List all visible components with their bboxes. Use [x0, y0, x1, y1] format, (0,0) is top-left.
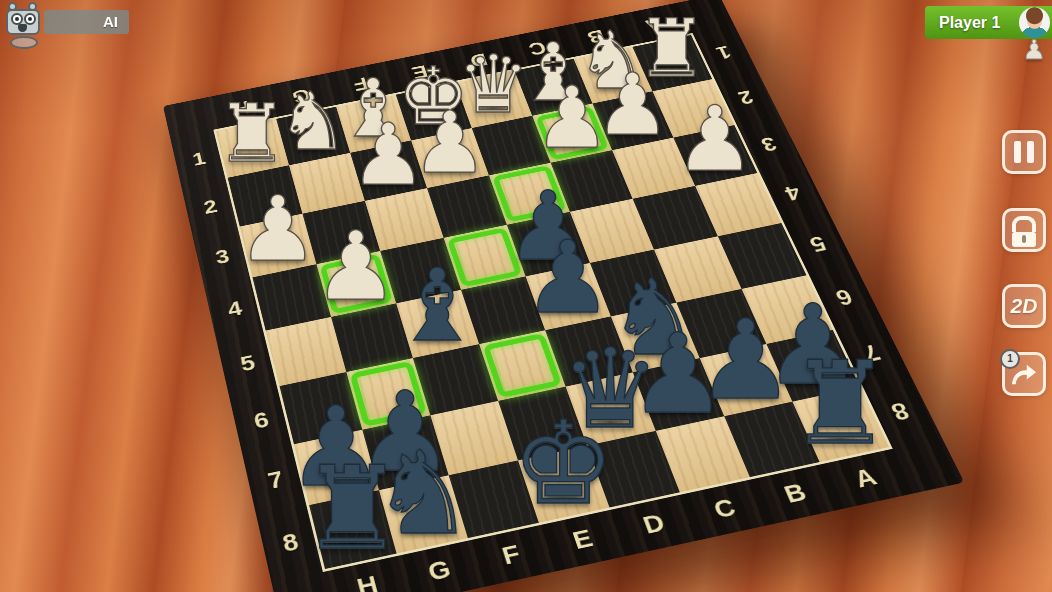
piece-white-pawn-c2[interactable]: ♟: [534, 75, 610, 160]
rank-label-left-5: 5: [223, 332, 273, 395]
robot-base: [10, 36, 38, 49]
player-label: Player 1: [939, 14, 1000, 31]
captured-white-pawn-icon: ♟: [1022, 34, 1046, 65]
rank-label-left-1: 1: [177, 132, 222, 186]
ai-name-bar: AI: [44, 10, 129, 34]
view-2d-label: 2D: [1011, 294, 1038, 318]
game-stage: 1122334455667788HHGGFFEEDDCCBBAA ♜♚♞♜♟♟♟…: [0, 0, 1052, 592]
piece-black-rook-a8[interactable]: ♜: [789, 346, 892, 461]
piece-white-pawn-g4[interactable]: ♟: [313, 219, 398, 314]
rank-label-left-2: 2: [188, 179, 234, 235]
pause-button[interactable]: [1002, 130, 1046, 174]
piece-white-pawn-h3[interactable]: ♟: [237, 184, 318, 274]
piece-black-pawn-d5[interactable]: ♟: [523, 228, 613, 328]
robot-head: [6, 9, 40, 35]
piece-black-rook-h8[interactable]: ♜: [301, 451, 404, 566]
piece-white-rook-h1[interactable]: ♜: [216, 94, 288, 174]
lock-button[interactable]: [1002, 208, 1046, 252]
pieces-layer: ♜♚♞♜♟♟♟♛♟♟♞♟♝♟♟♟♟♟♟♟♟♜♞♝♛♚♝♞♜: [0, 0, 1052, 592]
view-2d-button[interactable]: 2D: [1002, 284, 1046, 328]
robot-mouth: [18, 24, 27, 32]
rank-label-left-4: 4: [211, 279, 259, 340]
piece-black-king-e8[interactable]: ♚: [512, 405, 615, 520]
robot-icon: [3, 2, 43, 48]
piece-black-bishop-f5[interactable]: ♝: [392, 256, 482, 356]
rank-label-left-6: 6: [236, 388, 287, 454]
piece-white-pawn-f2[interactable]: ♟: [350, 112, 426, 197]
redo-button[interactable]: 1: [1002, 352, 1046, 396]
piece-white-pawn-a3[interactable]: ♟: [675, 94, 756, 184]
ai-label: AI: [103, 13, 118, 30]
lock-icon: [1012, 213, 1036, 247]
pause-icon: [1014, 141, 1021, 163]
redo-count-badge: 1: [1000, 349, 1020, 369]
